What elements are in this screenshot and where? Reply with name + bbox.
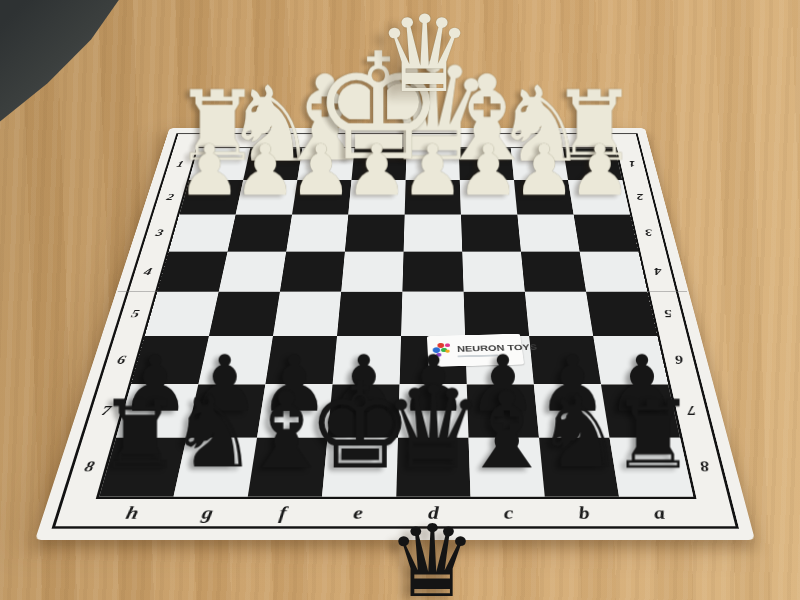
square-d4 xyxy=(402,252,463,292)
square-h5 xyxy=(145,292,219,336)
square-f5 xyxy=(273,292,341,336)
square-b5 xyxy=(525,292,593,336)
file-label-rotated-e: e xyxy=(355,134,407,147)
file-label-b: b xyxy=(545,499,624,526)
square-e3 xyxy=(345,214,405,251)
square-e4 xyxy=(341,252,403,292)
file-label-rotated-b: b xyxy=(510,134,563,147)
square-g5 xyxy=(209,292,280,336)
squares-grid: ♜♞♝♚♛♝♞♜♟♟♟♟♟♟♟♟♟♟♟♟♟♟♟♟♜♞♝♚♛♝♞♜ xyxy=(99,148,693,496)
file-label-c: c xyxy=(471,499,548,526)
file-label-rotated-a: a xyxy=(561,134,615,147)
file-label-f: f xyxy=(243,499,322,526)
file-label-rotated-g: g xyxy=(251,134,305,147)
photo-of-chess-set: hgfedcba hgfedcba 12345678 12345678 ♜♞♝♚… xyxy=(0,0,800,600)
file-label-g: g xyxy=(167,499,247,526)
square-f4 xyxy=(280,252,345,292)
square-b3 xyxy=(517,214,579,251)
file-label-rotated-h: h xyxy=(198,134,253,147)
square-c5 xyxy=(464,292,530,336)
file-label-a: a xyxy=(619,499,700,526)
file-labels-far-edge: hgfedcba xyxy=(198,134,614,147)
square-d5 xyxy=(401,292,465,336)
square-b4 xyxy=(521,252,586,292)
square-a5 xyxy=(586,292,657,336)
file-label-rotated-c: c xyxy=(458,134,510,147)
square-f3 xyxy=(286,214,348,251)
square-h4 xyxy=(157,252,227,292)
file-label-rotated-f: f xyxy=(303,134,356,147)
chess-board: hgfedcba hgfedcba 12345678 12345678 ♜♞♝♚… xyxy=(35,128,755,540)
spare-black-queen-piece: ♛ xyxy=(387,512,477,600)
file-label-e: e xyxy=(319,499,396,526)
square-g4 xyxy=(219,252,287,292)
square-a4 xyxy=(580,252,648,292)
square-c3 xyxy=(461,214,521,251)
file-label-rotated-d: d xyxy=(407,134,459,147)
file-label-h: h xyxy=(91,499,173,526)
square-c4 xyxy=(462,252,525,292)
square-a3 xyxy=(574,214,639,251)
square-d3 xyxy=(404,214,463,251)
square-a2: ♟ xyxy=(568,180,630,214)
black-queen-d8: ♛ xyxy=(339,370,527,485)
square-e5 xyxy=(337,292,402,336)
square-g3 xyxy=(228,214,293,251)
spare-white-queen-piece: ♛ xyxy=(377,2,467,108)
square-d8: ♛ xyxy=(396,438,470,497)
square-h3 xyxy=(169,214,236,251)
